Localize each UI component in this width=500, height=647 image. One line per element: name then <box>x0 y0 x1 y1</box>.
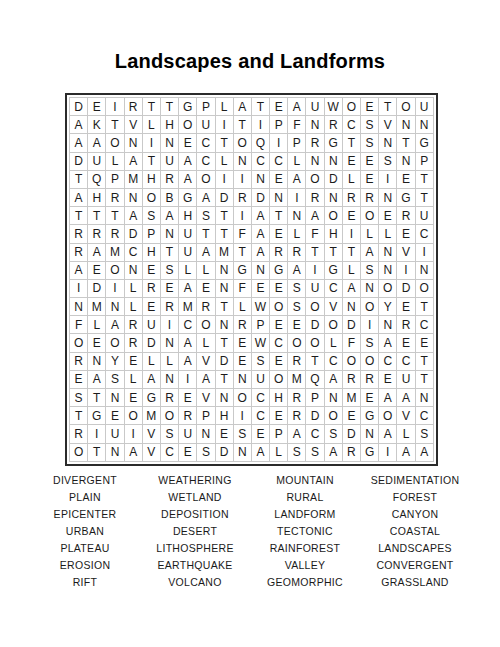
grid-cell[interactable]: L <box>216 98 233 115</box>
grid-cell[interactable]: C <box>416 225 433 242</box>
grid-cell[interactable]: S <box>361 134 378 151</box>
grid-cell[interactable]: R <box>125 316 142 333</box>
grid-cell[interactable]: T <box>416 298 433 315</box>
grid-cell[interactable]: E <box>252 280 269 297</box>
grid-cell[interactable]: O <box>161 407 178 424</box>
grid-cell[interactable]: L <box>288 153 305 170</box>
grid-cell[interactable]: A <box>288 425 305 442</box>
grid-cell[interactable]: N <box>216 316 233 333</box>
grid-cell[interactable]: N <box>216 280 233 297</box>
grid-cell[interactable]: K <box>88 116 105 133</box>
grid-cell[interactable]: M <box>179 298 196 315</box>
grid-cell[interactable]: R <box>361 371 378 388</box>
grid-cell[interactable]: E <box>70 371 87 388</box>
grid-cell[interactable]: O <box>361 298 378 315</box>
grid-cell[interactable]: T <box>379 98 396 115</box>
grid-cell[interactable]: R <box>106 189 123 206</box>
grid-cell[interactable]: O <box>397 98 414 115</box>
grid-cell[interactable]: R <box>343 444 360 461</box>
grid-cell[interactable]: V <box>197 353 214 370</box>
grid-cell[interactable]: A <box>125 207 142 224</box>
grid-cell[interactable]: A <box>306 207 323 224</box>
grid-cell[interactable]: U <box>416 207 433 224</box>
grid-cell[interactable]: T <box>70 207 87 224</box>
grid-cell[interactable]: U <box>306 98 323 115</box>
grid-cell[interactable]: C <box>197 134 214 151</box>
grid-cell[interactable]: C <box>270 334 287 351</box>
grid-cell[interactable]: I <box>70 280 87 297</box>
grid-cell[interactable]: F <box>70 316 87 333</box>
grid-cell[interactable]: G <box>325 134 342 151</box>
grid-cell[interactable]: I <box>234 407 251 424</box>
grid-cell[interactable]: N <box>252 262 269 279</box>
grid-cell[interactable]: S <box>234 425 251 442</box>
grid-cell[interactable]: A <box>288 171 305 188</box>
grid-cell[interactable]: P <box>197 407 214 424</box>
grid-cell[interactable]: E <box>270 225 287 242</box>
grid-cell[interactable]: G <box>179 98 196 115</box>
grid-cell[interactable]: E <box>88 334 105 351</box>
grid-cell[interactable]: S <box>361 116 378 133</box>
grid-cell[interactable]: H <box>325 225 342 242</box>
grid-cell[interactable]: E <box>343 153 360 170</box>
grid-cell[interactable]: A <box>325 444 342 461</box>
grid-cell[interactable]: R <box>179 407 196 424</box>
grid-cell[interactable]: L <box>179 262 196 279</box>
grid-cell[interactable]: I <box>106 98 123 115</box>
grid-cell[interactable]: U <box>161 153 178 170</box>
grid-cell[interactable]: E <box>143 298 160 315</box>
grid-cell[interactable]: I <box>143 134 160 151</box>
grid-cell[interactable]: G <box>143 389 160 406</box>
grid-cell[interactable]: T <box>416 371 433 388</box>
grid-cell[interactable]: I <box>179 371 196 388</box>
grid-cell[interactable]: E <box>288 316 305 333</box>
grid-cell[interactable]: R <box>88 225 105 242</box>
grid-cell[interactable]: R <box>270 244 287 261</box>
grid-cell[interactable]: T <box>216 298 233 315</box>
grid-cell[interactable]: D <box>125 225 142 242</box>
grid-cell[interactable]: E <box>270 280 287 297</box>
grid-cell[interactable]: T <box>143 98 160 115</box>
grid-cell[interactable]: R <box>70 425 87 442</box>
grid-cell[interactable]: M <box>125 171 142 188</box>
grid-cell[interactable]: T <box>88 389 105 406</box>
grid-cell[interactable]: I <box>361 316 378 333</box>
grid-cell[interactable]: A <box>234 98 251 115</box>
grid-cell[interactable]: N <box>325 189 342 206</box>
grid-cell[interactable]: M <box>143 407 160 424</box>
grid-cell[interactable]: G <box>361 444 378 461</box>
grid-cell[interactable]: L <box>343 262 360 279</box>
grid-cell[interactable]: L <box>143 353 160 370</box>
grid-cell[interactable]: A <box>161 207 178 224</box>
grid-cell[interactable]: O <box>106 334 123 351</box>
grid-cell[interactable]: R <box>306 134 323 151</box>
grid-cell[interactable]: R <box>161 389 178 406</box>
grid-cell[interactable]: O <box>106 262 123 279</box>
grid-cell[interactable]: N <box>106 389 123 406</box>
grid-cell[interactable]: F <box>234 225 251 242</box>
grid-cell[interactable]: O <box>306 171 323 188</box>
grid-cell[interactable]: G <box>361 407 378 424</box>
grid-cell[interactable]: O <box>197 171 214 188</box>
grid-cell[interactable]: A <box>252 244 269 261</box>
grid-cell[interactable]: S <box>288 444 305 461</box>
grid-cell[interactable]: T <box>234 116 251 133</box>
grid-cell[interactable]: C <box>306 425 323 442</box>
grid-cell[interactable]: H <box>179 207 196 224</box>
grid-cell[interactable]: T <box>106 207 123 224</box>
grid-cell[interactable]: N <box>216 262 233 279</box>
grid-cell[interactable]: V <box>197 389 214 406</box>
grid-cell[interactable]: U <box>179 425 196 442</box>
grid-cell[interactable]: N <box>397 116 414 133</box>
grid-cell[interactable]: R <box>125 334 142 351</box>
grid-cell[interactable]: U <box>416 98 433 115</box>
grid-cell[interactable]: S <box>361 334 378 351</box>
grid-cell[interactable]: S <box>161 262 178 279</box>
grid-cell[interactable]: G <box>234 262 251 279</box>
grid-cell[interactable]: T <box>343 244 360 261</box>
grid-cell[interactable]: P <box>306 389 323 406</box>
grid-cell[interactable]: A <box>379 389 396 406</box>
grid-cell[interactable]: P <box>288 134 305 151</box>
grid-cell[interactable]: E <box>397 334 414 351</box>
grid-cell[interactable]: R <box>361 189 378 206</box>
grid-cell[interactable]: U <box>252 371 269 388</box>
grid-cell[interactable]: T <box>88 207 105 224</box>
grid-cell[interactable]: T <box>397 134 414 151</box>
grid-cell[interactable]: O <box>106 134 123 151</box>
grid-cell[interactable]: N <box>379 244 396 261</box>
grid-cell[interactable]: A <box>125 444 142 461</box>
grid-cell[interactable]: O <box>179 116 196 133</box>
grid-cell[interactable]: A <box>88 371 105 388</box>
grid-cell[interactable]: C <box>161 444 178 461</box>
grid-cell[interactable]: V <box>397 407 414 424</box>
grid-cell[interactable]: L <box>197 262 214 279</box>
grid-cell[interactable]: I <box>379 444 396 461</box>
grid-cell[interactable]: C <box>270 153 287 170</box>
grid-cell[interactable]: R <box>143 280 160 297</box>
grid-cell[interactable]: S <box>288 280 305 297</box>
grid-cell[interactable]: E <box>179 389 196 406</box>
grid-cell[interactable]: W <box>252 298 269 315</box>
grid-cell[interactable]: O <box>70 444 87 461</box>
grid-cell[interactable]: T <box>343 134 360 151</box>
grid-cell[interactable]: S <box>306 444 323 461</box>
grid-cell[interactable]: T <box>216 225 233 242</box>
grid-cell[interactable]: U <box>143 316 160 333</box>
grid-cell[interactable]: E <box>270 98 287 115</box>
grid-cell[interactable]: D <box>306 316 323 333</box>
grid-cell[interactable]: A <box>179 334 196 351</box>
grid-cell[interactable]: A <box>361 244 378 261</box>
grid-cell[interactable]: I <box>216 171 233 188</box>
grid-cell[interactable]: H <box>88 189 105 206</box>
grid-cell[interactable]: S <box>161 425 178 442</box>
grid-cell[interactable]: R <box>397 316 414 333</box>
grid-cell[interactable]: N <box>343 298 360 315</box>
grid-cell[interactable]: A <box>325 371 342 388</box>
grid-cell[interactable]: E <box>197 280 214 297</box>
grid-cell[interactable]: C <box>416 316 433 333</box>
grid-cell[interactable]: C <box>252 407 269 424</box>
grid-cell[interactable]: O <box>143 189 160 206</box>
grid-cell[interactable]: E <box>361 153 378 170</box>
grid-cell[interactable]: S <box>197 444 214 461</box>
grid-cell[interactable]: N <box>416 116 433 133</box>
grid-cell[interactable]: L <box>343 171 360 188</box>
grid-cell[interactable]: F <box>288 116 305 133</box>
grid-cell[interactable]: A <box>70 262 87 279</box>
grid-cell[interactable]: D <box>216 353 233 370</box>
grid-cell[interactable]: L <box>125 298 142 315</box>
grid-cell[interactable]: D <box>306 407 323 424</box>
grid-cell[interactable]: N <box>234 153 251 170</box>
grid-cell[interactable]: G <box>270 262 287 279</box>
grid-cell[interactable]: I <box>125 425 142 442</box>
grid-cell[interactable]: E <box>179 134 196 151</box>
grid-cell[interactable]: N <box>379 189 396 206</box>
grid-cell[interactable]: T <box>234 244 251 261</box>
grid-cell[interactable]: O <box>325 207 342 224</box>
grid-cell[interactable]: N <box>416 262 433 279</box>
grid-cell[interactable]: S <box>379 153 396 170</box>
grid-cell[interactable]: A <box>106 316 123 333</box>
grid-cell[interactable]: W <box>325 98 342 115</box>
grid-cell[interactable]: E <box>397 225 414 242</box>
grid-cell[interactable]: N <box>397 153 414 170</box>
grid-cell[interactable]: P <box>270 425 287 442</box>
grid-cell[interactable]: S <box>252 353 269 370</box>
grid-cell[interactable]: R <box>70 353 87 370</box>
grid-cell[interactable]: R <box>197 298 214 315</box>
grid-cell[interactable]: A <box>125 153 142 170</box>
grid-cell[interactable]: Q <box>306 371 323 388</box>
grid-cell[interactable]: N <box>270 189 287 206</box>
grid-cell[interactable]: E <box>270 316 287 333</box>
grid-cell[interactable]: A <box>416 444 433 461</box>
grid-cell[interactable]: Q <box>252 134 269 151</box>
grid-cell[interactable]: E <box>270 407 287 424</box>
grid-cell[interactable]: L <box>161 353 178 370</box>
grid-cell[interactable]: O <box>325 316 342 333</box>
grid-cell[interactable]: I <box>397 262 414 279</box>
grid-cell[interactable]: Q <box>88 171 105 188</box>
grid-cell[interactable]: C <box>197 153 214 170</box>
grid-cell[interactable]: L <box>379 225 396 242</box>
grid-cell[interactable]: G <box>88 407 105 424</box>
grid-cell[interactable]: P <box>143 225 160 242</box>
grid-cell[interactable]: E <box>88 262 105 279</box>
grid-cell[interactable]: T <box>216 207 233 224</box>
grid-cell[interactable]: A <box>397 389 414 406</box>
grid-cell[interactable]: A <box>252 207 269 224</box>
grid-cell[interactable]: L <box>125 280 142 297</box>
grid-cell[interactable]: U <box>397 371 414 388</box>
grid-cell[interactable]: E <box>234 334 251 351</box>
grid-cell[interactable]: C <box>343 116 360 133</box>
grid-cell[interactable]: S <box>325 425 342 442</box>
grid-cell[interactable]: N <box>379 134 396 151</box>
grid-cell[interactable]: M <box>106 244 123 261</box>
grid-cell[interactable]: C <box>416 407 433 424</box>
grid-cell[interactable]: S <box>143 207 160 224</box>
grid-cell[interactable]: I <box>288 189 305 206</box>
grid-cell[interactable]: L <box>106 153 123 170</box>
grid-cell[interactable]: O <box>306 298 323 315</box>
grid-cell[interactable]: V <box>143 444 160 461</box>
grid-cell[interactable]: S <box>416 425 433 442</box>
grid-cell[interactable]: F <box>234 280 251 297</box>
grid-cell[interactable]: A <box>179 153 196 170</box>
grid-cell[interactable]: E <box>416 334 433 351</box>
grid-cell[interactable]: L <box>397 425 414 442</box>
grid-cell[interactable]: T <box>306 353 323 370</box>
grid-cell[interactable]: L <box>288 225 305 242</box>
grid-cell[interactable]: R <box>288 353 305 370</box>
grid-cell[interactable]: P <box>197 98 214 115</box>
grid-cell[interactable]: R <box>325 116 342 133</box>
grid-cell[interactable]: T <box>216 371 233 388</box>
grid-cell[interactable]: I <box>106 280 123 297</box>
grid-cell[interactable]: E <box>361 171 378 188</box>
grid-cell[interactable]: G <box>397 189 414 206</box>
grid-cell[interactable]: T <box>143 153 160 170</box>
grid-cell[interactable]: I <box>161 316 178 333</box>
grid-cell[interactable]: L <box>88 316 105 333</box>
grid-cell[interactable]: T <box>88 444 105 461</box>
grid-cell[interactable]: N <box>106 298 123 315</box>
grid-cell[interactable]: N <box>306 153 323 170</box>
grid-cell[interactable]: E <box>343 407 360 424</box>
grid-cell[interactable]: R <box>288 244 305 261</box>
grid-cell[interactable]: D <box>325 171 342 188</box>
grid-cell[interactable]: U <box>179 244 196 261</box>
grid-cell[interactable]: T <box>416 353 433 370</box>
grid-cell[interactable]: T <box>161 98 178 115</box>
grid-cell[interactable]: C <box>325 353 342 370</box>
grid-cell[interactable]: E <box>361 98 378 115</box>
grid-cell[interactable]: I <box>379 171 396 188</box>
grid-cell[interactable]: D <box>343 425 360 442</box>
grid-cell[interactable]: R <box>106 225 123 242</box>
grid-cell[interactable]: G <box>325 262 342 279</box>
grid-cell[interactable]: C <box>379 353 396 370</box>
grid-cell[interactable]: C <box>397 353 414 370</box>
grid-cell[interactable]: T <box>270 207 287 224</box>
grid-cell[interactable]: A <box>179 280 196 297</box>
grid-cell[interactable]: C <box>252 153 269 170</box>
grid-cell[interactable]: U <box>179 225 196 242</box>
grid-cell[interactable]: V <box>125 116 142 133</box>
grid-cell[interactable]: U <box>197 116 214 133</box>
grid-cell[interactable]: N <box>361 280 378 297</box>
grid-cell[interactable]: P <box>270 116 287 133</box>
grid-cell[interactable]: T <box>70 407 87 424</box>
grid-cell[interactable]: N <box>216 389 233 406</box>
grid-cell[interactable]: Y <box>106 353 123 370</box>
grid-cell[interactable]: L <box>325 334 342 351</box>
grid-cell[interactable]: E <box>216 425 233 442</box>
grid-cell[interactable]: A <box>70 189 87 206</box>
grid-cell[interactable]: N <box>306 116 323 133</box>
grid-cell[interactable]: A <box>197 189 214 206</box>
grid-cell[interactable]: N <box>197 425 214 442</box>
grid-cell[interactable]: R <box>161 298 178 315</box>
grid-cell[interactable]: D <box>216 444 233 461</box>
grid-cell[interactable]: M <box>288 371 305 388</box>
grid-cell[interactable]: V <box>379 116 396 133</box>
grid-cell[interactable]: T <box>106 116 123 133</box>
grid-cell[interactable]: S <box>70 389 87 406</box>
grid-cell[interactable]: O <box>234 389 251 406</box>
grid-cell[interactable]: A <box>252 225 269 242</box>
grid-cell[interactable]: O <box>270 371 287 388</box>
grid-cell[interactable]: A <box>197 371 214 388</box>
grid-cell[interactable]: R <box>288 407 305 424</box>
grid-cell[interactable]: D <box>343 316 360 333</box>
grid-cell[interactable]: N <box>125 262 142 279</box>
grid-cell[interactable]: E <box>161 280 178 297</box>
grid-cell[interactable]: G <box>416 134 433 151</box>
grid-cell[interactable]: P <box>252 316 269 333</box>
grid-cell[interactable]: A <box>252 444 269 461</box>
grid-cell[interactable]: N <box>252 171 269 188</box>
grid-cell[interactable]: O <box>306 334 323 351</box>
grid-cell[interactable]: D <box>216 189 233 206</box>
grid-cell[interactable]: V <box>143 425 160 442</box>
grid-cell[interactable]: P <box>106 171 123 188</box>
grid-cell[interactable]: N <box>88 353 105 370</box>
grid-cell[interactable]: O <box>234 134 251 151</box>
grid-cell[interactable]: N <box>161 371 178 388</box>
grid-cell[interactable]: R <box>343 371 360 388</box>
grid-cell[interactable]: D <box>70 153 87 170</box>
grid-cell[interactable]: A <box>197 244 214 261</box>
grid-cell[interactable]: E <box>379 207 396 224</box>
grid-cell[interactable]: T <box>70 171 87 188</box>
grid-cell[interactable]: I <box>306 262 323 279</box>
grid-cell[interactable]: E <box>361 389 378 406</box>
grid-cell[interactable]: E <box>106 407 123 424</box>
grid-cell[interactable]: L <box>361 225 378 242</box>
grid-cell[interactable]: P <box>416 153 433 170</box>
grid-cell[interactable]: T <box>216 134 233 151</box>
grid-cell[interactable]: T <box>197 225 214 242</box>
grid-cell[interactable]: L <box>197 334 214 351</box>
grid-cell[interactable]: E <box>125 353 142 370</box>
grid-cell[interactable]: E <box>179 444 196 461</box>
grid-cell[interactable]: N <box>106 444 123 461</box>
grid-cell[interactable]: T <box>416 189 433 206</box>
grid-cell[interactable]: R <box>343 189 360 206</box>
grid-cell[interactable]: G <box>179 189 196 206</box>
grid-cell[interactable]: R <box>306 189 323 206</box>
grid-cell[interactable]: I <box>270 134 287 151</box>
grid-cell[interactable]: U <box>106 425 123 442</box>
grid-cell[interactable]: I <box>234 171 251 188</box>
grid-cell[interactable]: I <box>88 425 105 442</box>
grid-cell[interactable]: I <box>252 116 269 133</box>
grid-cell[interactable]: E <box>379 371 396 388</box>
grid-cell[interactable]: O <box>361 353 378 370</box>
grid-cell[interactable]: C <box>179 316 196 333</box>
grid-cell[interactable]: N <box>234 371 251 388</box>
grid-cell[interactable]: T <box>306 244 323 261</box>
